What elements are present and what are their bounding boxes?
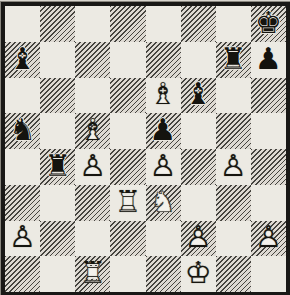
square-h8: ♚ (251, 6, 286, 42)
square-d1 (110, 256, 145, 292)
square-e7 (146, 42, 181, 78)
square-a6 (5, 78, 40, 114)
square-h3 (251, 185, 286, 221)
board-frame: ♚♝♜♟♝♗♝♞♝♗♟♜♟♙♟♙♟♙♜♖♞♘♟♙♟♙♟♙♜♖♚♔ (1, 2, 290, 295)
square-b6 (40, 78, 75, 114)
square-a7: ♝ (5, 42, 40, 78)
square-c4: ♟♙ (75, 149, 110, 185)
piece-white-pawn: ♟♙ (251, 221, 286, 257)
square-c2 (75, 221, 110, 257)
piece-black-knight: ♞ (5, 113, 40, 149)
square-d8 (110, 6, 145, 42)
black-rook-glyph: ♜ (220, 43, 247, 73)
white-pawn-glyph: ♙ (9, 222, 36, 252)
white-rook-glyph: ♖ (114, 186, 141, 216)
piece-black-bishop: ♝ (5, 42, 40, 78)
white-pawn-glyph: ♙ (79, 151, 106, 181)
piece-black-pawn: ♟ (251, 42, 286, 78)
square-f5 (181, 113, 216, 149)
square-c6 (75, 78, 110, 114)
piece-white-bishop: ♝♗ (146, 78, 181, 114)
square-h7: ♟ (251, 42, 286, 78)
square-a2: ♟♙ (5, 221, 40, 257)
square-e5: ♟ (146, 113, 181, 149)
piece-black-bishop: ♝ (181, 78, 216, 114)
square-a8 (5, 6, 40, 42)
square-d3: ♜♖ (110, 185, 145, 221)
square-f7 (181, 42, 216, 78)
piece-white-pawn: ♟♙ (146, 149, 181, 185)
square-h4 (251, 149, 286, 185)
square-g1 (216, 256, 251, 292)
piece-white-pawn: ♟♙ (5, 221, 40, 257)
square-g8 (216, 6, 251, 42)
square-f6: ♝ (181, 78, 216, 114)
square-e1 (146, 256, 181, 292)
square-c1: ♜♖ (75, 256, 110, 292)
white-pawn-glyph: ♙ (150, 151, 177, 181)
square-e8 (146, 6, 181, 42)
piece-black-rook: ♜ (40, 149, 75, 185)
white-bishop-glyph: ♗ (79, 115, 106, 145)
square-f8 (181, 6, 216, 42)
black-pawn-glyph: ♟ (255, 43, 282, 73)
piece-white-king: ♚♔ (181, 256, 216, 292)
square-h1 (251, 256, 286, 292)
white-pawn-glyph: ♙ (220, 151, 247, 181)
square-b3 (40, 185, 75, 221)
square-c7 (75, 42, 110, 78)
square-f3 (181, 185, 216, 221)
square-g4: ♟♙ (216, 149, 251, 185)
square-a1 (5, 256, 40, 292)
square-e4: ♟♙ (146, 149, 181, 185)
square-g2 (216, 221, 251, 257)
chess-board: ♚♝♜♟♝♗♝♞♝♗♟♜♟♙♟♙♟♙♜♖♞♘♟♙♟♙♟♙♜♖♚♔ (5, 6, 286, 292)
square-c5: ♝♗ (75, 113, 110, 149)
piece-black-king: ♚ (251, 6, 286, 42)
piece-black-pawn: ♟ (146, 113, 181, 149)
square-b4: ♜ (40, 149, 75, 185)
white-rook-glyph: ♖ (79, 258, 106, 288)
piece-white-rook: ♜♖ (75, 256, 110, 292)
white-pawn-glyph: ♙ (185, 222, 212, 252)
square-b5 (40, 113, 75, 149)
piece-white-rook: ♜♖ (110, 185, 145, 221)
piece-white-pawn: ♟♙ (75, 149, 110, 185)
white-king-glyph: ♔ (185, 258, 212, 288)
square-d6 (110, 78, 145, 114)
square-h2: ♟♙ (251, 221, 286, 257)
square-g5 (216, 113, 251, 149)
white-bishop-glyph: ♗ (150, 79, 177, 109)
square-d4 (110, 149, 145, 185)
square-g7: ♜ (216, 42, 251, 78)
piece-white-pawn: ♟♙ (181, 221, 216, 257)
square-g3 (216, 185, 251, 221)
square-g6 (216, 78, 251, 114)
square-c3 (75, 185, 110, 221)
square-a3 (5, 185, 40, 221)
piece-white-knight: ♞♘ (146, 185, 181, 221)
square-e3: ♞♘ (146, 185, 181, 221)
square-f2: ♟♙ (181, 221, 216, 257)
black-bishop-glyph: ♝ (9, 43, 36, 73)
black-pawn-glyph: ♟ (150, 115, 177, 145)
chess-diagram-photo: ♚♝♜♟♝♗♝♞♝♗♟♜♟♙♟♙♟♙♜♖♞♘♟♙♟♙♟♙♜♖♚♔ (0, 0, 290, 295)
black-knight-glyph: ♞ (9, 115, 36, 145)
square-d2 (110, 221, 145, 257)
square-e2 (146, 221, 181, 257)
square-b7 (40, 42, 75, 78)
square-c8 (75, 6, 110, 42)
square-b1 (40, 256, 75, 292)
square-b8 (40, 6, 75, 42)
square-d7 (110, 42, 145, 78)
square-a4 (5, 149, 40, 185)
piece-white-pawn: ♟♙ (216, 149, 251, 185)
white-knight-glyph: ♘ (150, 186, 177, 216)
black-bishop-glyph: ♝ (185, 79, 212, 109)
piece-white-bishop: ♝♗ (75, 113, 110, 149)
square-f1: ♚♔ (181, 256, 216, 292)
square-d5 (110, 113, 145, 149)
black-king-glyph: ♚ (255, 8, 282, 38)
black-rook-glyph: ♜ (44, 151, 71, 181)
square-f4 (181, 149, 216, 185)
square-h6 (251, 78, 286, 114)
piece-black-rook: ♜ (216, 42, 251, 78)
square-b2 (40, 221, 75, 257)
white-pawn-glyph: ♙ (255, 222, 282, 252)
square-h5 (251, 113, 286, 149)
square-a5: ♞ (5, 113, 40, 149)
square-e6: ♝♗ (146, 78, 181, 114)
